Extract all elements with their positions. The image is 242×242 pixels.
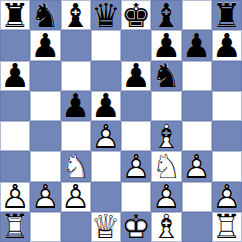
square-b6[interactable] bbox=[30, 61, 60, 91]
piece-black-pawn[interactable]: ♙♟ bbox=[182, 30, 212, 60]
piece-glyph-outline: ♔ bbox=[121, 212, 151, 242]
piece-glyph-outline: ♜ bbox=[0, 0, 30, 30]
piece-glyph-outline: ♟ bbox=[121, 61, 151, 91]
piece-black-pawn[interactable]: ♙♟ bbox=[121, 61, 151, 91]
square-h6[interactable] bbox=[212, 61, 242, 91]
square-h1[interactable]: ♜♖ bbox=[212, 212, 242, 242]
piece-black-pawn[interactable]: ♙♟ bbox=[0, 61, 30, 91]
square-d3[interactable] bbox=[91, 151, 121, 181]
square-b7[interactable]: ♙♟ bbox=[30, 30, 60, 60]
square-d8[interactable]: ♕♛ bbox=[91, 0, 121, 30]
piece-glyph-outline: ♙ bbox=[30, 182, 60, 212]
square-c5[interactable]: ♙♟ bbox=[61, 91, 91, 121]
piece-black-rook[interactable]: ♖♜ bbox=[0, 0, 30, 30]
piece-glyph-outline: ♝ bbox=[61, 0, 91, 30]
square-g1[interactable] bbox=[182, 212, 212, 242]
piece-black-pawn[interactable]: ♙♟ bbox=[30, 30, 60, 60]
piece-glyph-outline: ♛ bbox=[91, 0, 121, 30]
square-b5[interactable] bbox=[30, 91, 60, 121]
piece-glyph-outline: ♟ bbox=[182, 30, 212, 60]
square-d7[interactable] bbox=[91, 30, 121, 60]
piece-black-knight[interactable]: ♘♞ bbox=[151, 61, 181, 91]
square-a6[interactable]: ♙♟ bbox=[0, 61, 30, 91]
piece-glyph-outline: ♞ bbox=[151, 61, 181, 91]
piece-white-bishop[interactable]: ♝♗ bbox=[151, 212, 181, 242]
square-g3[interactable]: ♟♙ bbox=[182, 151, 212, 181]
piece-white-rook[interactable]: ♜♖ bbox=[0, 212, 30, 242]
square-d4[interactable]: ♟♙ bbox=[91, 121, 121, 151]
square-e1[interactable]: ♚♔ bbox=[121, 212, 151, 242]
piece-glyph-outline: ♙ bbox=[91, 121, 121, 151]
piece-glyph-outline: ♚ bbox=[121, 0, 151, 30]
piece-black-pawn[interactable]: ♙♟ bbox=[61, 91, 91, 121]
square-e5[interactable] bbox=[121, 91, 151, 121]
piece-white-queen[interactable]: ♛♕ bbox=[91, 212, 121, 242]
piece-glyph-outline: ♖ bbox=[0, 212, 30, 242]
square-a4[interactable] bbox=[0, 121, 30, 151]
piece-glyph-outline: ♟ bbox=[0, 61, 30, 91]
piece-glyph-outline: ♟ bbox=[61, 91, 91, 121]
piece-black-pawn[interactable]: ♙♟ bbox=[212, 30, 242, 60]
piece-black-king[interactable]: ♔♚ bbox=[121, 0, 151, 30]
square-c8[interactable]: ♗♝ bbox=[61, 0, 91, 30]
square-e3[interactable]: ♟♙ bbox=[121, 151, 151, 181]
piece-glyph-outline: ♟ bbox=[30, 30, 60, 60]
square-g7[interactable]: ♙♟ bbox=[182, 30, 212, 60]
piece-glyph-outline: ♕ bbox=[91, 212, 121, 242]
piece-glyph-outline: ♗ bbox=[151, 212, 181, 242]
square-g2[interactable] bbox=[182, 182, 212, 212]
square-f1[interactable]: ♝♗ bbox=[151, 212, 181, 242]
square-f6[interactable]: ♘♞ bbox=[151, 61, 181, 91]
square-e6[interactable]: ♙♟ bbox=[121, 61, 151, 91]
piece-white-pawn[interactable]: ♟♙ bbox=[91, 121, 121, 151]
square-c1[interactable] bbox=[61, 212, 91, 242]
square-e8[interactable]: ♔♚ bbox=[121, 0, 151, 30]
square-g5[interactable] bbox=[182, 91, 212, 121]
square-g6[interactable] bbox=[182, 61, 212, 91]
piece-glyph-outline: ♙ bbox=[182, 151, 212, 181]
piece-white-pawn[interactable]: ♟♙ bbox=[121, 151, 151, 181]
piece-white-pawn[interactable]: ♟♙ bbox=[61, 182, 91, 212]
piece-white-king[interactable]: ♚♔ bbox=[121, 212, 151, 242]
piece-glyph-outline: ♙ bbox=[121, 151, 151, 181]
piece-white-rook[interactable]: ♜♖ bbox=[212, 212, 242, 242]
square-b2[interactable]: ♟♙ bbox=[30, 182, 60, 212]
chess-board: ♖♜♘♞♗♝♕♛♔♚♗♝♖♜♙♟♙♟♙♟♙♟♙♟♙♟♘♞♙♟♙♟♟♙♝♗♞♘♟♙… bbox=[0, 0, 242, 242]
square-h7[interactable]: ♙♟ bbox=[212, 30, 242, 60]
square-b4[interactable] bbox=[30, 121, 60, 151]
piece-glyph-outline: ♟ bbox=[212, 30, 242, 60]
piece-glyph-outline: ♙ bbox=[61, 182, 91, 212]
piece-black-queen[interactable]: ♕♛ bbox=[91, 0, 121, 30]
square-d1[interactable]: ♛♕ bbox=[91, 212, 121, 242]
square-a5[interactable] bbox=[0, 91, 30, 121]
square-c7[interactable] bbox=[61, 30, 91, 60]
square-b1[interactable] bbox=[30, 212, 60, 242]
square-h5[interactable] bbox=[212, 91, 242, 121]
piece-white-pawn[interactable]: ♟♙ bbox=[182, 151, 212, 181]
piece-white-pawn[interactable]: ♟♙ bbox=[30, 182, 60, 212]
piece-glyph-outline: ♖ bbox=[212, 212, 242, 242]
piece-black-bishop[interactable]: ♗♝ bbox=[61, 0, 91, 30]
square-a1[interactable]: ♜♖ bbox=[0, 212, 30, 242]
square-c2[interactable]: ♟♙ bbox=[61, 182, 91, 212]
square-h4[interactable] bbox=[212, 121, 242, 151]
square-a8[interactable]: ♖♜ bbox=[0, 0, 30, 30]
